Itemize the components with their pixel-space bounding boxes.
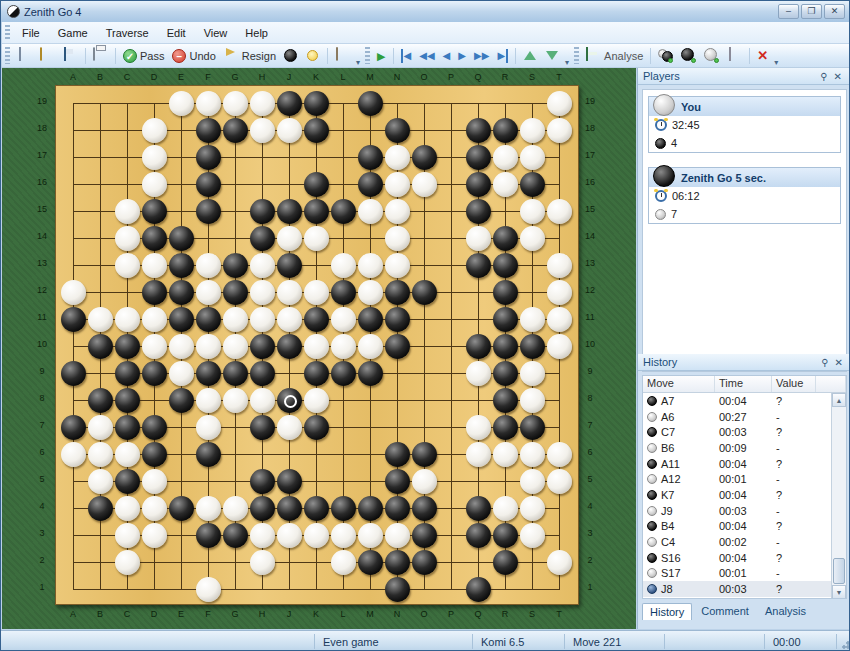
- history-move: A11: [661, 458, 680, 470]
- white-stone: [196, 91, 221, 116]
- white-stone: [142, 496, 167, 521]
- board-coordinate-label: M: [360, 609, 380, 619]
- board-coordinate-label: A: [63, 609, 83, 619]
- black-stone: [304, 307, 329, 332]
- blue-move-stone-icon: [647, 584, 657, 594]
- scrollbar-thumb[interactable]: [833, 558, 845, 584]
- board-coordinate-label: E: [171, 609, 191, 619]
- history-time: 00:04: [715, 489, 772, 501]
- white-stone: [250, 550, 275, 575]
- board-coordinate-label: D: [144, 609, 164, 619]
- board-coordinate-label: S: [522, 609, 542, 619]
- white-stone: [250, 523, 275, 548]
- side-panel: Players ⚲ ✕ You 32:45 4 Zenith Go 5 sec.…: [637, 68, 850, 629]
- black-stone: [250, 226, 275, 251]
- black-stone: [196, 118, 221, 143]
- menu-bar: File Game Traverse Edit View Help: [2, 22, 850, 44]
- history-time: 00:03: [715, 426, 772, 438]
- history-time: 00:27: [715, 411, 772, 423]
- black-stone: [304, 361, 329, 386]
- white-stone: [385, 253, 410, 278]
- toolbar-overflow-chevron[interactable]: ▾: [563, 58, 571, 67]
- white-stone: [250, 253, 275, 278]
- board-coordinate-label: 14: [580, 231, 600, 241]
- black-stone: [196, 523, 221, 548]
- black-stone: [385, 307, 410, 332]
- title-bar[interactable]: Zenith Go 4 – ❐ ✕: [1, 1, 849, 22]
- folder-icon: [40, 47, 42, 61]
- fast-forward-icon: ▶▶: [474, 49, 489, 63]
- fast-backward-icon: ◀◀: [419, 49, 434, 63]
- white-stone: [115, 226, 140, 251]
- cup-icon: [336, 47, 338, 61]
- white-stone: [385, 199, 410, 224]
- resign-button[interactable]: Resign: [220, 46, 280, 65]
- history-move: B4: [661, 520, 674, 532]
- black-player-name: Zenith Go 5 sec.: [681, 172, 766, 184]
- black-stone: [277, 91, 302, 116]
- black-stone: [88, 388, 113, 413]
- white-player-captures: 4: [671, 137, 677, 149]
- white-stone: [277, 523, 302, 548]
- analyse-chart-icon: [586, 47, 588, 61]
- black-stone: [196, 145, 221, 170]
- save-button[interactable]: [59, 46, 82, 65]
- pass-button[interactable]: ✓Pass: [119, 47, 168, 65]
- black-stone: [223, 118, 248, 143]
- history-time: 00:09: [715, 442, 772, 454]
- board-coordinate-label: Q: [468, 72, 488, 82]
- white-stone: [88, 307, 113, 332]
- white-stone: [385, 226, 410, 251]
- black-player-captures: 7: [671, 208, 677, 220]
- white-stone: [520, 361, 545, 386]
- menu-edit[interactable]: Edit: [158, 24, 195, 42]
- white-stone: [358, 199, 383, 224]
- board-coordinate-label: N: [387, 609, 407, 619]
- board-coordinate-label: C: [117, 72, 137, 82]
- save-icon: [64, 47, 66, 61]
- board-coordinate-label: 19: [32, 96, 52, 106]
- toolbar-overflow-chevron[interactable]: ▾: [772, 58, 780, 67]
- black-stone: [196, 307, 221, 332]
- close-button[interactable]: ✕: [824, 4, 845, 19]
- white-stone: [547, 253, 572, 278]
- black-stone: [169, 496, 194, 521]
- variation-up-button[interactable]: [519, 46, 541, 65]
- white-stone: [466, 415, 491, 440]
- black-stone: [169, 253, 194, 278]
- board-coordinate-label: H: [252, 72, 272, 82]
- white-stone: [88, 469, 113, 494]
- stone-last-move: [277, 388, 302, 413]
- black-stone: [331, 280, 356, 305]
- white-stone: [250, 307, 275, 332]
- history-value: -: [772, 567, 816, 579]
- white-stone: [142, 253, 167, 278]
- board-coordinate-label: 11: [580, 312, 600, 322]
- forward-button[interactable]: ▶: [454, 47, 470, 65]
- black-stone: [250, 469, 275, 494]
- black-stone: [358, 496, 383, 521]
- white-stone: [385, 523, 410, 548]
- board-coordinate-label: 7: [32, 420, 52, 430]
- board-coordinate-label: J: [279, 72, 299, 82]
- players-panel-title: Players: [643, 70, 817, 82]
- black-stone: [358, 307, 383, 332]
- white-stone: [331, 307, 356, 332]
- black-stone: [466, 172, 491, 197]
- board-coordinate-label: G: [225, 609, 245, 619]
- board-coordinate-label: F: [198, 72, 218, 82]
- menu-help[interactable]: Help: [236, 24, 277, 42]
- mark-dead-white-button[interactable]: [700, 46, 723, 65]
- fast-back-button[interactable]: ◀◀: [415, 47, 438, 65]
- board-coordinate-label: 18: [580, 123, 600, 133]
- analyse-button[interactable]: Analyse: [582, 46, 647, 65]
- history-value: ?: [772, 458, 816, 470]
- black-stone: [169, 226, 194, 251]
- board-coordinate-label: 9: [32, 366, 52, 376]
- white-stone: [223, 307, 248, 332]
- status-clock: 00:00: [765, 634, 837, 649]
- black-stone: [142, 280, 167, 305]
- white-stone: [466, 226, 491, 251]
- pass-check-icon: ✓: [123, 49, 137, 63]
- history-time: 00:04: [715, 395, 772, 407]
- black-stone: [61, 415, 86, 440]
- white-stone: [547, 469, 572, 494]
- board-coordinate-label: 1: [580, 582, 600, 592]
- history-value: -: [772, 505, 816, 517]
- white-stone: [493, 442, 518, 467]
- history-row[interactable]: C700:03?: [643, 424, 846, 440]
- white-stone: [250, 91, 275, 116]
- white-player-name: You: [681, 101, 701, 113]
- history-row[interactable]: B600:09-: [643, 440, 846, 456]
- black-stone: [250, 361, 275, 386]
- white-move-stone-icon: [647, 443, 657, 453]
- white-stone: [547, 91, 572, 116]
- white-stone: [520, 469, 545, 494]
- white-stone: [304, 280, 329, 305]
- white-stone: [196, 253, 221, 278]
- board-coordinate-label: R: [495, 609, 515, 619]
- board-coordinate-label: 11: [32, 312, 52, 322]
- white-stone: [250, 388, 275, 413]
- board-coordinate-label: A: [63, 72, 83, 82]
- white-move-stone-icon: [647, 568, 657, 578]
- white-move-stone-icon: [647, 537, 657, 547]
- menu-traverse[interactable]: Traverse: [97, 24, 158, 42]
- toolbar-grip: [365, 47, 370, 63]
- history-move: K7: [661, 489, 674, 501]
- black-stone: [277, 199, 302, 224]
- black-stone: [304, 199, 329, 224]
- history-row[interactable]: K700:04?: [643, 487, 846, 503]
- white-stone: [61, 280, 86, 305]
- black-stone: [304, 496, 329, 521]
- history-scrollbar[interactable]: ▲ ▼: [831, 393, 846, 599]
- black-stone: [358, 172, 383, 197]
- goban[interactable]: [55, 85, 579, 605]
- board-coordinate-label: 10: [580, 339, 600, 349]
- black-stone: [493, 334, 518, 359]
- pin-icon[interactable]: ⚲: [818, 357, 831, 368]
- history-row[interactable]: S1700:01-: [643, 566, 846, 582]
- history-value: -: [772, 473, 816, 485]
- play-button[interactable]: ▶: [373, 47, 389, 65]
- stone-tool-button[interactable]: [280, 47, 301, 64]
- black-stone: [223, 253, 248, 278]
- history-value: ?: [772, 520, 816, 532]
- black-stone: [142, 415, 167, 440]
- black-stone: [304, 118, 329, 143]
- black-stone: [385, 577, 410, 602]
- black-stone: [304, 172, 329, 197]
- white-stone: [547, 550, 572, 575]
- history-row[interactable]: A600:27-: [643, 409, 846, 425]
- toolbar-overflow-chevron[interactable]: ▾: [354, 58, 362, 67]
- fast-forward-button[interactable]: ▶▶: [470, 47, 493, 65]
- first-move-icon: ◀: [401, 49, 412, 63]
- white-stone: [412, 172, 437, 197]
- window-title: Zenith Go 4: [24, 6, 81, 18]
- black-stone: [223, 523, 248, 548]
- black-stone: [304, 415, 329, 440]
- white-stone: [331, 253, 356, 278]
- toolbar: ✓Pass −Undo Resign ▾ ▶ ◀ ◀◀ ◀ ▶ ▶▶ ▶ ▾ A…: [2, 44, 850, 68]
- black-stone: [493, 523, 518, 548]
- history-row[interactable]: J800:03?: [643, 581, 846, 597]
- open-button[interactable]: [36, 46, 59, 65]
- white-stone: [412, 469, 437, 494]
- white-stone: [304, 226, 329, 251]
- black-stone: [115, 334, 140, 359]
- black-stone: [277, 469, 302, 494]
- black-stone: [520, 415, 545, 440]
- white-stone: [520, 442, 545, 467]
- board-coordinate-label: 12: [32, 285, 52, 295]
- tree-down-icon: [546, 51, 558, 60]
- scroll-up-arrow[interactable]: ▲: [832, 393, 846, 407]
- black-move-stone-icon: [647, 459, 657, 469]
- tab-history[interactable]: History: [642, 603, 692, 620]
- black-stone: [358, 550, 383, 575]
- white-stone: [466, 361, 491, 386]
- history-time: 00:04: [715, 552, 772, 564]
- coffee-break-button[interactable]: [331, 46, 354, 65]
- minimize-button[interactable]: –: [778, 4, 799, 19]
- mark-dead-black-button[interactable]: [677, 46, 700, 65]
- go-last-button[interactable]: ▶: [493, 47, 512, 65]
- toolbar-grip: [5, 47, 10, 63]
- undo-button[interactable]: −Undo: [168, 47, 219, 65]
- history-row[interactable]: A1100:04?: [643, 456, 846, 472]
- hint-button[interactable]: [301, 47, 324, 64]
- black-stone: [385, 550, 410, 575]
- step-forward-icon: ▶: [458, 49, 466, 63]
- history-move: A12: [661, 473, 681, 485]
- black-move-stone-icon: [647, 427, 657, 437]
- black-stone: [304, 91, 329, 116]
- undo-minus-icon: −: [172, 49, 186, 63]
- tab-comment[interactable]: Comment: [694, 603, 756, 620]
- history-row[interactable]: C400:02-: [643, 534, 846, 550]
- board-coordinate-label: 12: [580, 285, 600, 295]
- history-row[interactable]: J900:03-: [643, 503, 846, 519]
- white-stone: [142, 118, 167, 143]
- white-stone: [115, 550, 140, 575]
- eraser-button[interactable]: [723, 46, 746, 65]
- app-icon: [7, 5, 20, 18]
- board-coordinate-label: L: [333, 609, 353, 619]
- goban-grid[interactable]: [73, 103, 560, 590]
- history-time: 00:03: [715, 583, 772, 595]
- menu-view[interactable]: View: [195, 24, 237, 42]
- black-stone: [466, 334, 491, 359]
- history-time: 00:04: [715, 458, 772, 470]
- status-move-number: Move 221: [565, 634, 665, 649]
- history-row[interactable]: A700:04?: [643, 393, 846, 409]
- white-stone: [169, 91, 194, 116]
- column-header-move[interactable]: Move: [643, 376, 715, 392]
- history-move: A7: [661, 395, 674, 407]
- black-stone: [250, 496, 275, 521]
- clock-icon: [655, 119, 667, 131]
- black-stone: [412, 496, 437, 521]
- menu-file[interactable]: File: [13, 24, 49, 42]
- close-panel-icon[interactable]: ✕: [832, 357, 846, 368]
- history-row[interactable]: S1600:04?: [643, 550, 846, 566]
- print-button[interactable]: [89, 46, 112, 65]
- players-panel-header: Players ⚲ ✕: [638, 68, 850, 85]
- black-stone: [142, 361, 167, 386]
- white-stone: [277, 226, 302, 251]
- black-stone: [466, 118, 491, 143]
- status-empty: [665, 634, 765, 649]
- tab-analysis[interactable]: Analysis: [758, 603, 813, 620]
- black-stone: [61, 361, 86, 386]
- column-header-blank: [816, 376, 846, 392]
- board-coordinate-label: 10: [32, 339, 52, 349]
- white-stone: [169, 334, 194, 359]
- black-stone: [115, 415, 140, 440]
- score-stones-button[interactable]: [654, 46, 677, 65]
- board-coordinate-label: 17: [580, 150, 600, 160]
- delete-button[interactable]: ✕: [753, 46, 772, 65]
- black-stone: [142, 226, 167, 251]
- board-coordinate-label: K: [306, 609, 326, 619]
- board-coordinate-label: 15: [32, 204, 52, 214]
- black-stone: [115, 388, 140, 413]
- black-stone: [493, 361, 518, 386]
- board-coordinate-label: P: [441, 609, 461, 619]
- close-panel-icon[interactable]: ✕: [831, 71, 845, 82]
- white-stone: [304, 334, 329, 359]
- board-coordinate-label: 2: [32, 555, 52, 565]
- board-coordinate-label: 14: [32, 231, 52, 241]
- history-time: 00:01: [715, 567, 772, 579]
- white-stone: [520, 307, 545, 332]
- history-row[interactable]: B400:04?: [643, 519, 846, 535]
- black-stone: [331, 199, 356, 224]
- history-row[interactable]: A1200:01-: [643, 471, 846, 487]
- variation-down-button[interactable]: [541, 46, 563, 65]
- board-coordinate-label: 16: [32, 177, 52, 187]
- resize-grip[interactable]: [837, 631, 850, 651]
- maximize-button[interactable]: ❐: [801, 4, 822, 19]
- board-coordinate-label: 4: [580, 501, 600, 511]
- board-coordinate-label: 16: [580, 177, 600, 187]
- white-stone: [142, 523, 167, 548]
- board-coordinate-label: S: [522, 72, 542, 82]
- white-stone: [196, 577, 221, 602]
- menu-game[interactable]: Game: [49, 24, 97, 42]
- history-value: ?: [772, 489, 816, 501]
- go-first-button[interactable]: ◀: [397, 47, 416, 65]
- history-table[interactable]: Move Time Value A700:04?A600:27-C700:03?…: [642, 375, 847, 599]
- black-stone: [250, 415, 275, 440]
- scroll-down-arrow[interactable]: ▼: [832, 585, 846, 599]
- black-move-stone-icon: [647, 521, 657, 531]
- column-header-value[interactable]: Value: [772, 376, 816, 392]
- white-stone: [331, 550, 356, 575]
- board-coordinate-label: 6: [580, 447, 600, 457]
- board-coordinate-label: O: [414, 609, 434, 619]
- black-stone: [466, 577, 491, 602]
- black-stone: [412, 442, 437, 467]
- black-stone: [223, 361, 248, 386]
- toolbar-grip: [5, 25, 10, 40]
- board-coordinate-label: 7: [580, 420, 600, 430]
- board-coordinate-label: 3: [32, 528, 52, 538]
- black-player-card: Zenith Go 5 sec. 06:12 7: [648, 167, 841, 224]
- black-stone: [196, 442, 221, 467]
- white-stone: [142, 172, 167, 197]
- black-stone: [115, 361, 140, 386]
- black-stone: [466, 199, 491, 224]
- column-header-time[interactable]: Time: [715, 376, 772, 392]
- white-stone: [250, 280, 275, 305]
- black-stone: [385, 334, 410, 359]
- black-stone: [412, 280, 437, 305]
- black-stone: [277, 253, 302, 278]
- board-coordinate-label: L: [333, 72, 353, 82]
- board-coordinate-label: 8: [32, 393, 52, 403]
- board-coordinate-label: 3: [580, 528, 600, 538]
- pin-icon[interactable]: ⚲: [817, 71, 830, 82]
- black-stone: [142, 442, 167, 467]
- back-button[interactable]: ◀: [439, 47, 455, 65]
- white-stone: [115, 253, 140, 278]
- board-coordinate-label: B: [90, 609, 110, 619]
- captured-white-stone-icon: [655, 209, 666, 220]
- white-stone: [493, 145, 518, 170]
- black-stone: [250, 334, 275, 359]
- white-stone: [520, 388, 545, 413]
- history-time: 00:04: [715, 520, 772, 532]
- toolbar-grip: [574, 47, 579, 63]
- history-value: ?: [772, 552, 816, 564]
- board-coordinate-label: P: [441, 72, 461, 82]
- board-coordinate-label: H: [252, 609, 272, 619]
- history-move: S17: [661, 567, 681, 579]
- new-game-button[interactable]: [13, 46, 36, 65]
- black-stone: [250, 199, 275, 224]
- white-stone: [115, 496, 140, 521]
- board-coordinate-label: M: [360, 72, 380, 82]
